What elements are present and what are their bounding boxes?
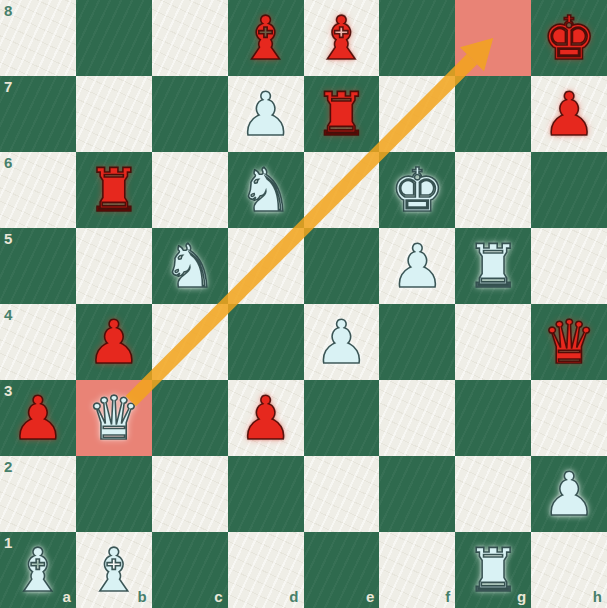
- square-d2[interactable]: [228, 456, 304, 532]
- square-b1[interactable]: b♝: [76, 532, 152, 608]
- square-e4[interactable]: ♟: [304, 304, 380, 380]
- square-g4[interactable]: [455, 304, 531, 380]
- file-label-f: f: [445, 588, 450, 605]
- chess-board: 8♝♝♚7♟♜♟6♜♞♚5♞♟♜4♟♟♛3♟♛♟2♟1a♝b♝cdefg♜h: [0, 0, 607, 608]
- square-d4[interactable]: [228, 304, 304, 380]
- square-c8[interactable]: [152, 0, 228, 76]
- square-c7[interactable]: [152, 76, 228, 152]
- square-d1[interactable]: d: [228, 532, 304, 608]
- square-a6[interactable]: 6: [0, 152, 76, 228]
- square-d8[interactable]: ♝: [228, 0, 304, 76]
- file-label-e: e: [366, 588, 374, 605]
- rank-label-5: 5: [4, 230, 12, 247]
- square-c5[interactable]: ♞: [152, 228, 228, 304]
- piece-red-rook[interactable]: ♜: [76, 152, 152, 228]
- square-a7[interactable]: 7: [0, 76, 76, 152]
- square-c2[interactable]: [152, 456, 228, 532]
- square-a2[interactable]: 2: [0, 456, 76, 532]
- square-g5[interactable]: ♜: [455, 228, 531, 304]
- square-g1[interactable]: g♜: [455, 532, 531, 608]
- square-f8[interactable]: [379, 0, 455, 76]
- piece-red-pawn[interactable]: ♟: [228, 380, 304, 456]
- piece-white-bishop[interactable]: ♝: [0, 532, 76, 608]
- square-d5[interactable]: [228, 228, 304, 304]
- file-label-d: d: [289, 588, 298, 605]
- square-c3[interactable]: [152, 380, 228, 456]
- piece-red-king[interactable]: ♚: [531, 0, 607, 76]
- piece-white-knight[interactable]: ♞: [152, 228, 228, 304]
- square-c6[interactable]: [152, 152, 228, 228]
- piece-white-rook[interactable]: ♜: [455, 228, 531, 304]
- square-e8[interactable]: ♝: [304, 0, 380, 76]
- piece-white-bishop[interactable]: ♝: [76, 532, 152, 608]
- piece-white-pawn[interactable]: ♟: [304, 304, 380, 380]
- square-g6[interactable]: [455, 152, 531, 228]
- file-label-h: h: [593, 588, 602, 605]
- square-g3[interactable]: [455, 380, 531, 456]
- piece-red-queen[interactable]: ♛: [531, 304, 607, 380]
- square-e2[interactable]: [304, 456, 380, 532]
- piece-white-knight[interactable]: ♞: [228, 152, 304, 228]
- square-f3[interactable]: [379, 380, 455, 456]
- square-b7[interactable]: [76, 76, 152, 152]
- square-a1[interactable]: 1a♝: [0, 532, 76, 608]
- piece-white-pawn[interactable]: ♟: [379, 228, 455, 304]
- square-f2[interactable]: [379, 456, 455, 532]
- square-g7[interactable]: [455, 76, 531, 152]
- square-h5[interactable]: [531, 228, 607, 304]
- rank-label-8: 8: [4, 2, 12, 19]
- square-h3[interactable]: [531, 380, 607, 456]
- square-b5[interactable]: [76, 228, 152, 304]
- square-b6[interactable]: ♜: [76, 152, 152, 228]
- rank-label-6: 6: [4, 154, 12, 171]
- piece-red-bishop[interactable]: ♝: [304, 0, 380, 76]
- rank-label-7: 7: [4, 78, 12, 95]
- piece-white-rook[interactable]: ♜: [455, 532, 531, 608]
- square-e1[interactable]: e: [304, 532, 380, 608]
- square-a3[interactable]: 3♟: [0, 380, 76, 456]
- square-h7[interactable]: ♟: [531, 76, 607, 152]
- rank-label-2: 2: [4, 458, 12, 475]
- chess-app: 8♝♝♚7♟♜♟6♜♞♚5♞♟♜4♟♟♛3♟♛♟2♟1a♝b♝cdefg♜h: [0, 0, 607, 608]
- square-a5[interactable]: 5: [0, 228, 76, 304]
- square-h4[interactable]: ♛: [531, 304, 607, 380]
- square-c4[interactable]: [152, 304, 228, 380]
- square-b4[interactable]: ♟: [76, 304, 152, 380]
- piece-white-queen[interactable]: ♛: [76, 380, 152, 456]
- square-d7[interactable]: ♟: [228, 76, 304, 152]
- square-b2[interactable]: [76, 456, 152, 532]
- square-h6[interactable]: [531, 152, 607, 228]
- square-b3[interactable]: ♛: [76, 380, 152, 456]
- square-f6[interactable]: ♚: [379, 152, 455, 228]
- square-e3[interactable]: [304, 380, 380, 456]
- square-e5[interactable]: [304, 228, 380, 304]
- piece-red-rook[interactable]: ♜: [304, 76, 380, 152]
- square-d6[interactable]: ♞: [228, 152, 304, 228]
- piece-red-pawn[interactable]: ♟: [531, 76, 607, 152]
- square-c1[interactable]: c: [152, 532, 228, 608]
- file-label-c: c: [214, 588, 222, 605]
- piece-red-pawn[interactable]: ♟: [0, 380, 76, 456]
- square-a8[interactable]: 8: [0, 0, 76, 76]
- piece-white-pawn[interactable]: ♟: [228, 76, 304, 152]
- square-f5[interactable]: ♟: [379, 228, 455, 304]
- square-h2[interactable]: ♟: [531, 456, 607, 532]
- square-f1[interactable]: f: [379, 532, 455, 608]
- square-a4[interactable]: 4: [0, 304, 76, 380]
- square-g2[interactable]: [455, 456, 531, 532]
- square-h1[interactable]: h: [531, 532, 607, 608]
- square-h8[interactable]: ♚: [531, 0, 607, 76]
- square-e6[interactable]: [304, 152, 380, 228]
- square-e7[interactable]: ♜: [304, 76, 380, 152]
- square-f7[interactable]: [379, 76, 455, 152]
- square-b8[interactable]: [76, 0, 152, 76]
- piece-white-king[interactable]: ♚: [379, 152, 455, 228]
- rank-label-4: 4: [4, 306, 12, 323]
- square-g8[interactable]: [455, 0, 531, 76]
- piece-red-bishop[interactable]: ♝: [228, 0, 304, 76]
- square-f4[interactable]: [379, 304, 455, 380]
- piece-white-pawn[interactable]: ♟: [531, 456, 607, 532]
- square-d3[interactable]: ♟: [228, 380, 304, 456]
- piece-red-pawn[interactable]: ♟: [76, 304, 152, 380]
